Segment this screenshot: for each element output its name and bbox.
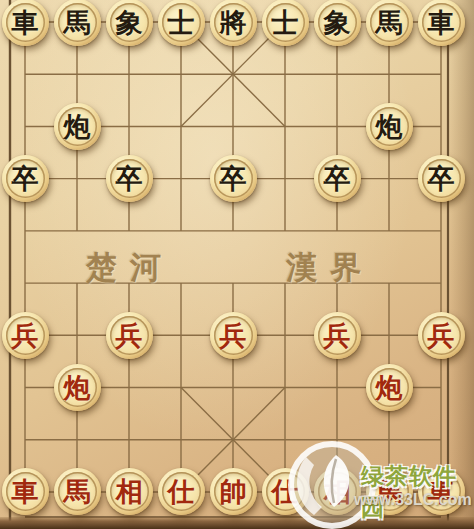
piece-glyph: 兵	[12, 322, 39, 349]
piece-black-卒-f5r4[interactable]: 卒	[210, 155, 257, 202]
piece-face: 兵	[422, 316, 461, 355]
piece-glyph: 炮	[64, 113, 91, 140]
piece-face: 兵	[214, 316, 253, 355]
piece-face: 車	[422, 3, 461, 42]
board-grid-lines	[0, 0, 474, 529]
piece-black-炮-f2r3[interactable]: 炮	[54, 103, 101, 150]
river-label-chu-he: 楚河	[86, 247, 174, 289]
piece-glyph: 車	[428, 9, 455, 36]
piece-black-卒-f3r4[interactable]: 卒	[106, 155, 153, 202]
piece-face: 車	[6, 472, 45, 511]
piece-red-馬-f8r10[interactable]: 馬	[366, 468, 413, 515]
piece-black-馬-f2r1[interactable]: 馬	[54, 0, 101, 46]
piece-glyph: 兵	[220, 322, 247, 349]
piece-glyph: 馬	[64, 478, 91, 505]
piece-face: 炮	[58, 368, 97, 407]
piece-glyph: 車	[12, 478, 39, 505]
board-right-edge-shade	[448, 0, 474, 529]
piece-face: 炮	[370, 368, 409, 407]
piece-face: 象	[110, 3, 149, 42]
piece-glyph: 炮	[376, 113, 403, 140]
piece-red-炮-f2r8[interactable]: 炮	[54, 364, 101, 411]
piece-glyph: 象	[324, 9, 351, 36]
piece-face: 相	[110, 472, 149, 511]
piece-face: 仕	[162, 472, 201, 511]
piece-glyph: 卒	[12, 165, 39, 192]
piece-glyph: 相	[116, 478, 143, 505]
piece-black-卒-f9r4[interactable]: 卒	[418, 155, 465, 202]
piece-red-仕-f4r10[interactable]: 仕	[158, 468, 205, 515]
piece-glyph: 兵	[428, 322, 455, 349]
piece-face: 將	[214, 3, 253, 42]
piece-face: 兵	[110, 316, 149, 355]
piece-face: 車	[6, 3, 45, 42]
river-label-han-jie: 漢界	[286, 247, 374, 289]
piece-glyph: 士	[272, 9, 299, 36]
piece-glyph: 相	[324, 478, 351, 505]
piece-glyph: 象	[116, 9, 143, 36]
piece-face: 士	[162, 3, 201, 42]
piece-glyph: 士	[168, 9, 195, 36]
piece-glyph: 兵	[324, 322, 351, 349]
piece-black-卒-f7r4[interactable]: 卒	[314, 155, 361, 202]
piece-face: 車	[422, 472, 461, 511]
piece-black-車-f1r1[interactable]: 車	[2, 0, 49, 46]
piece-black-士-f4r1[interactable]: 士	[158, 0, 205, 46]
piece-face: 馬	[370, 3, 409, 42]
piece-red-馬-f2r10[interactable]: 馬	[54, 468, 101, 515]
piece-face: 卒	[422, 159, 461, 198]
piece-face: 相	[318, 472, 357, 511]
piece-glyph: 馬	[376, 9, 403, 36]
piece-glyph: 兵	[116, 322, 143, 349]
piece-glyph: 炮	[376, 374, 403, 401]
piece-black-馬-f8r1[interactable]: 馬	[366, 0, 413, 46]
piece-face: 兵	[318, 316, 357, 355]
piece-glyph: 馬	[376, 478, 403, 505]
piece-red-仕-f6r10[interactable]: 仕	[262, 468, 309, 515]
piece-face: 馬	[370, 472, 409, 511]
piece-black-士-f6r1[interactable]: 士	[262, 0, 309, 46]
piece-glyph: 卒	[324, 165, 351, 192]
piece-black-象-f3r1[interactable]: 象	[106, 0, 153, 46]
piece-red-車-f9r10[interactable]: 車	[418, 468, 465, 515]
piece-glyph: 卒	[428, 165, 455, 192]
piece-black-卒-f1r4[interactable]: 卒	[2, 155, 49, 202]
piece-red-兵-f3r7[interactable]: 兵	[106, 312, 153, 359]
piece-face: 卒	[6, 159, 45, 198]
piece-red-兵-f5r7[interactable]: 兵	[210, 312, 257, 359]
piece-glyph: 馬	[64, 9, 91, 36]
piece-red-相-f3r10[interactable]: 相	[106, 468, 153, 515]
piece-glyph: 車	[12, 9, 39, 36]
piece-glyph: 仕	[168, 478, 195, 505]
piece-black-車-f9r1[interactable]: 車	[418, 0, 465, 46]
piece-face: 馬	[58, 472, 97, 511]
piece-glyph: 卒	[116, 165, 143, 192]
piece-face: 帥	[214, 472, 253, 511]
piece-face: 炮	[58, 107, 97, 146]
piece-black-炮-f8r3[interactable]: 炮	[366, 103, 413, 150]
piece-face: 卒	[214, 159, 253, 198]
xiangqi-board: 楚河 漢界 車馬象士將士象馬車炮炮卒卒卒卒卒兵兵兵兵兵炮炮車馬相仕帥仕相馬車 绿…	[0, 0, 474, 529]
piece-red-炮-f8r8[interactable]: 炮	[366, 364, 413, 411]
piece-red-兵-f1r7[interactable]: 兵	[2, 312, 49, 359]
piece-face: 兵	[6, 316, 45, 355]
piece-black-象-f7r1[interactable]: 象	[314, 0, 361, 46]
piece-face: 士	[266, 3, 305, 42]
piece-glyph: 車	[428, 478, 455, 505]
board-bottom-edge	[0, 517, 474, 529]
piece-red-兵-f9r7[interactable]: 兵	[418, 312, 465, 359]
piece-glyph: 將	[220, 9, 247, 36]
piece-glyph: 仕	[272, 478, 299, 505]
piece-red-帥-f5r10[interactable]: 帥	[210, 468, 257, 515]
piece-glyph: 卒	[220, 165, 247, 192]
piece-glyph: 炮	[64, 374, 91, 401]
piece-face: 卒	[318, 159, 357, 198]
piece-face: 炮	[370, 107, 409, 146]
piece-face: 馬	[58, 3, 97, 42]
piece-face: 仕	[266, 472, 305, 511]
piece-red-兵-f7r7[interactable]: 兵	[314, 312, 361, 359]
piece-face: 象	[318, 3, 357, 42]
piece-glyph: 帥	[220, 478, 247, 505]
piece-red-車-f1r10[interactable]: 車	[2, 468, 49, 515]
piece-black-將-f5r1[interactable]: 將	[210, 0, 257, 46]
piece-face: 卒	[110, 159, 149, 198]
piece-red-相-f7r10[interactable]: 相	[314, 468, 361, 515]
